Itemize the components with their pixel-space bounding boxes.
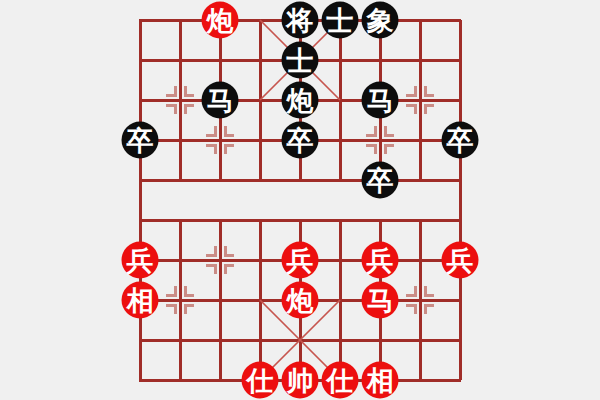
piece-red-pawn[interactable]: 兵	[282, 242, 319, 279]
xiangqi-board: 炮将士象士马炮马卒卒卒卒兵兵兵兵相炮马仕帅仕相	[0, 0, 600, 400]
piece-black-pawn[interactable]: 卒	[122, 122, 159, 159]
piece-black-general[interactable]: 将	[282, 2, 319, 39]
piece-red-elephant[interactable]: 相	[362, 362, 399, 399]
piece-red-cannon[interactable]: 炮	[202, 2, 239, 39]
piece-black-horse[interactable]: 马	[202, 82, 239, 119]
piece-red-advisor[interactable]: 仕	[322, 362, 359, 399]
piece-red-elephant[interactable]: 相	[122, 282, 159, 319]
piece-black-advisor[interactable]: 士	[282, 42, 319, 79]
piece-red-cannon[interactable]: 炮	[282, 282, 319, 319]
piece-red-pawn[interactable]: 兵	[122, 242, 159, 279]
piece-black-pawn[interactable]: 卒	[282, 122, 319, 159]
piece-red-horse[interactable]: 马	[362, 282, 399, 319]
piece-black-elephant[interactable]: 象	[362, 2, 399, 39]
piece-black-pawn[interactable]: 卒	[362, 162, 399, 199]
piece-red-general[interactable]: 帅	[282, 362, 319, 399]
piece-black-pawn[interactable]: 卒	[442, 122, 479, 159]
piece-black-advisor[interactable]: 士	[322, 2, 359, 39]
piece-black-horse[interactable]: 马	[362, 82, 399, 119]
piece-red-advisor[interactable]: 仕	[242, 362, 279, 399]
piece-red-pawn[interactable]: 兵	[442, 242, 479, 279]
piece-red-pawn[interactable]: 兵	[362, 242, 399, 279]
pieces-layer: 炮将士象士马炮马卒卒卒卒兵兵兵兵相炮马仕帅仕相	[0, 0, 600, 400]
piece-black-cannon[interactable]: 炮	[282, 82, 319, 119]
